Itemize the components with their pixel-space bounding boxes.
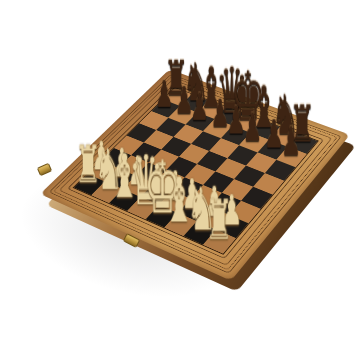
piece-white-rook[interactable]: ♜ [188, 192, 250, 247]
square-h7[interactable]: ♟ [276, 147, 306, 167]
photo-canvas: ♜♞♝♛♚♝♞♜♟♟♟♟♟♟♟♟♟♟♟♟♟♟♟♟♜♞♝♛♚♝♞♜ [0, 0, 360, 360]
piece-black-pawn[interactable]: ♟ [262, 122, 320, 161]
square-h1[interactable]: ♜ [203, 230, 236, 254]
